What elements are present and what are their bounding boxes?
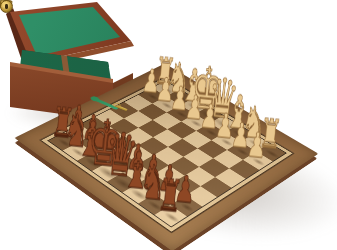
piece-brown-rook: ♜	[144, 171, 194, 219]
piece-white-pawn: ♟	[234, 125, 280, 164]
chess-set-product-photo: ♜♞♝♛♚♝♞♜♟♟♟♟♟♟♟♟♟♟♟♟♟♟♟♟♜♞♝♛♚♝♞♜	[0, 0, 337, 250]
brass-keyhole-icon	[0, 0, 13, 13]
